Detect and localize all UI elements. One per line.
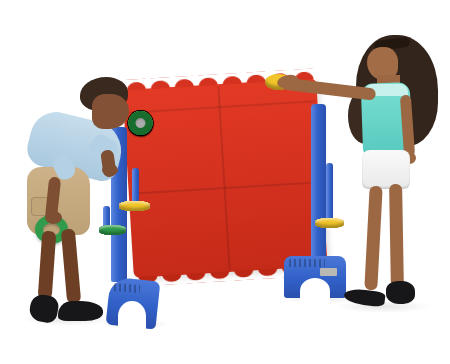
- girl-right-sandal: [386, 281, 415, 304]
- girl-right-leg: [389, 184, 404, 288]
- photo-scene: [0, 0, 450, 364]
- stacked-yellow-disc: [119, 201, 150, 211]
- boy-right-hand: [45, 211, 62, 224]
- left-base-arch-cutout: [118, 301, 146, 331]
- girl-left-leg: [364, 186, 382, 291]
- stacked-green-disc: [99, 225, 126, 235]
- board-grid: [127, 99, 323, 270]
- connect-four-board: [122, 78, 327, 277]
- stacked-yellow-disc: [315, 218, 344, 228]
- boy-left-hand-on-post: [102, 164, 118, 176]
- left-base-ridges: [114, 283, 140, 293]
- base-sticker-label: [320, 268, 337, 276]
- disc-green: [128, 111, 153, 136]
- right-storage-pole: [326, 163, 333, 225]
- right-frame-post: [311, 104, 326, 264]
- right-base-arch-cutout: [300, 278, 330, 304]
- boy-right-leg: [61, 229, 81, 304]
- boy-face: [92, 94, 129, 129]
- girl-shorts: [362, 150, 410, 189]
- boy-right-shoe: [58, 301, 103, 321]
- right-base-ridges: [289, 259, 325, 267]
- cell-r6c7: [127, 109, 155, 137]
